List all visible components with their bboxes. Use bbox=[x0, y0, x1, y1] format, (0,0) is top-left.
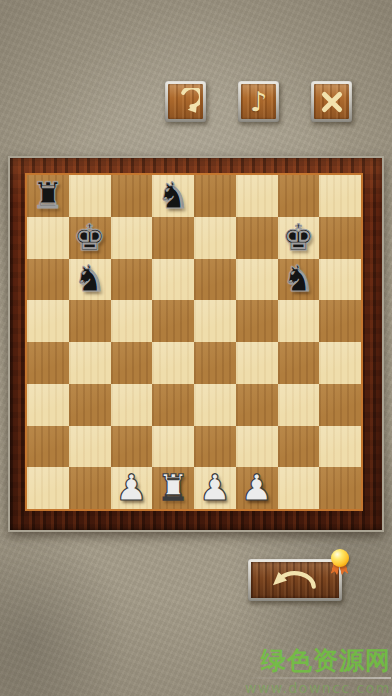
app-screen: ♪ ♜♞♚♚♞♞♟♜♟♟ 绿色资源网 www.downcc.com bbox=[0, 0, 392, 696]
square-e5[interactable] bbox=[194, 300, 236, 342]
watermark-url: www.downcc.com bbox=[245, 680, 391, 696]
piece-black-king-g7[interactable]: ♚ bbox=[282, 220, 314, 256]
square-f4[interactable] bbox=[236, 342, 278, 384]
square-b3[interactable] bbox=[69, 384, 111, 426]
square-h2[interactable] bbox=[319, 426, 361, 468]
square-d3[interactable] bbox=[152, 384, 194, 426]
square-d2[interactable] bbox=[152, 426, 194, 468]
close-button[interactable] bbox=[311, 81, 352, 122]
piece-white-pawn-e1[interactable]: ♟ bbox=[199, 470, 231, 506]
square-a7[interactable] bbox=[27, 217, 69, 259]
restart-button-face bbox=[168, 84, 203, 119]
piece-white-rook-d1[interactable]: ♜ bbox=[157, 470, 189, 506]
close-icon bbox=[319, 89, 345, 115]
square-b1[interactable] bbox=[69, 467, 111, 509]
square-h1[interactable] bbox=[319, 467, 361, 509]
square-d5[interactable] bbox=[152, 300, 194, 342]
square-g4[interactable] bbox=[278, 342, 320, 384]
undo-arrow-icon bbox=[264, 565, 326, 595]
square-f1[interactable]: ♟ bbox=[236, 467, 278, 509]
square-a5[interactable] bbox=[27, 300, 69, 342]
square-c6[interactable] bbox=[111, 259, 153, 301]
piece-black-knight-g6[interactable]: ♞ bbox=[282, 261, 314, 297]
watermark: 绿色资源网 www.downcc.com bbox=[245, 644, 391, 696]
square-h8[interactable] bbox=[319, 175, 361, 217]
piece-white-pawn-f1[interactable]: ♟ bbox=[240, 470, 272, 506]
square-f7[interactable] bbox=[236, 217, 278, 259]
piece-white-pawn-c1[interactable]: ♟ bbox=[115, 470, 147, 506]
square-e3[interactable] bbox=[194, 384, 236, 426]
square-c4[interactable] bbox=[111, 342, 153, 384]
watermark-title: 绿色资源网 bbox=[245, 644, 391, 677]
square-d1[interactable]: ♜ bbox=[152, 467, 194, 509]
square-b2[interactable] bbox=[69, 426, 111, 468]
square-d4[interactable] bbox=[152, 342, 194, 384]
piece-black-king-b7[interactable]: ♚ bbox=[73, 220, 105, 256]
undo-button-face bbox=[251, 562, 339, 598]
square-g3[interactable] bbox=[278, 384, 320, 426]
square-g1[interactable] bbox=[278, 467, 320, 509]
square-b6[interactable]: ♞ bbox=[69, 259, 111, 301]
chess-board: ♜♞♚♚♞♞♟♜♟♟ bbox=[25, 173, 363, 511]
square-b4[interactable] bbox=[69, 342, 111, 384]
square-h7[interactable] bbox=[319, 217, 361, 259]
square-c8[interactable] bbox=[111, 175, 153, 217]
chess-board-frame: ♜♞♚♚♞♞♟♜♟♟ bbox=[8, 156, 384, 532]
square-h5[interactable] bbox=[319, 300, 361, 342]
square-c3[interactable] bbox=[111, 384, 153, 426]
square-f6[interactable] bbox=[236, 259, 278, 301]
square-b7[interactable]: ♚ bbox=[69, 217, 111, 259]
square-g5[interactable] bbox=[278, 300, 320, 342]
square-f8[interactable] bbox=[236, 175, 278, 217]
square-e2[interactable] bbox=[194, 426, 236, 468]
square-h4[interactable] bbox=[319, 342, 361, 384]
square-e7[interactable] bbox=[194, 217, 236, 259]
restart-button[interactable] bbox=[165, 81, 206, 122]
square-e4[interactable] bbox=[194, 342, 236, 384]
square-a8[interactable]: ♜ bbox=[27, 175, 69, 217]
square-e6[interactable] bbox=[194, 259, 236, 301]
watermark-separator bbox=[245, 677, 391, 679]
square-d8[interactable]: ♞ bbox=[152, 175, 194, 217]
square-f2[interactable] bbox=[236, 426, 278, 468]
square-c2[interactable] bbox=[111, 426, 153, 468]
square-g8[interactable] bbox=[278, 175, 320, 217]
square-f5[interactable] bbox=[236, 300, 278, 342]
square-d6[interactable] bbox=[152, 259, 194, 301]
piece-black-rook-a8[interactable]: ♜ bbox=[32, 178, 64, 214]
sound-button[interactable]: ♪ bbox=[238, 81, 279, 122]
piece-black-knight-d8[interactable]: ♞ bbox=[157, 178, 189, 214]
square-b5[interactable] bbox=[69, 300, 111, 342]
music-note-icon: ♪ bbox=[250, 88, 267, 115]
square-h6[interactable] bbox=[319, 259, 361, 301]
square-a3[interactable] bbox=[27, 384, 69, 426]
square-a6[interactable] bbox=[27, 259, 69, 301]
restart-icon bbox=[172, 88, 200, 116]
undo-button[interactable] bbox=[248, 559, 342, 601]
square-g7[interactable]: ♚ bbox=[278, 217, 320, 259]
square-a1[interactable] bbox=[27, 467, 69, 509]
square-f3[interactable] bbox=[236, 384, 278, 426]
square-e8[interactable] bbox=[194, 175, 236, 217]
square-h3[interactable] bbox=[319, 384, 361, 426]
close-button-face bbox=[314, 84, 349, 119]
square-e1[interactable]: ♟ bbox=[194, 467, 236, 509]
square-d7[interactable] bbox=[152, 217, 194, 259]
square-a4[interactable] bbox=[27, 342, 69, 384]
square-b8[interactable] bbox=[69, 175, 111, 217]
sound-button-face: ♪ bbox=[241, 84, 276, 119]
square-c5[interactable] bbox=[111, 300, 153, 342]
square-c1[interactable]: ♟ bbox=[111, 467, 153, 509]
square-g2[interactable] bbox=[278, 426, 320, 468]
square-c7[interactable] bbox=[111, 217, 153, 259]
square-a2[interactable] bbox=[27, 426, 69, 468]
square-g6[interactable]: ♞ bbox=[278, 259, 320, 301]
piece-black-knight-b6[interactable]: ♞ bbox=[73, 261, 105, 297]
